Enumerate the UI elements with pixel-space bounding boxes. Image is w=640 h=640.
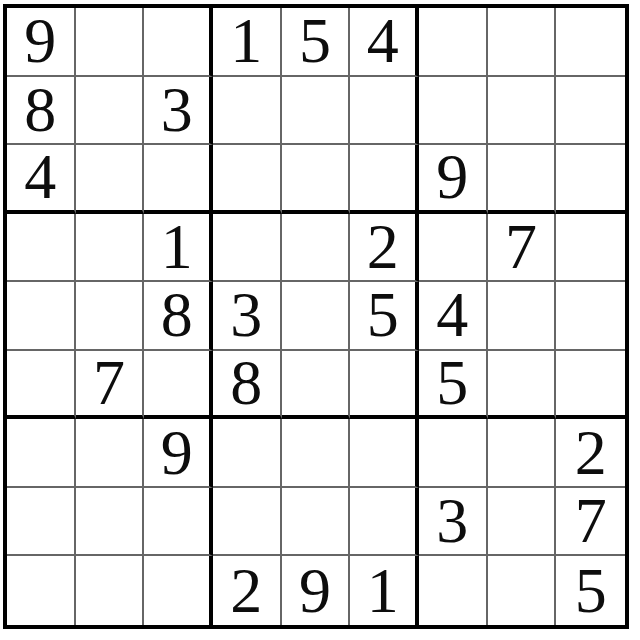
cell-r6c7[interactable]: 5 [419,351,488,420]
cell-r4c7[interactable] [419,214,488,283]
cell-r3c4[interactable] [213,145,282,214]
cell-r2c2[interactable] [76,77,145,146]
cell-r7c5[interactable] [282,419,351,488]
cell-r7c6[interactable] [350,419,419,488]
cell-r4c6[interactable]: 2 [350,214,419,283]
cell-r8c5[interactable] [282,488,351,557]
cell-r6c9[interactable] [556,351,625,420]
cell-r6c2[interactable]: 7 [76,351,145,420]
cell-r6c3[interactable] [144,351,213,420]
cell-r5c4[interactable]: 3 [213,282,282,351]
cell-r3c3[interactable] [144,145,213,214]
cell-r7c1[interactable] [7,419,76,488]
cell-r5c8[interactable] [488,282,557,351]
cell-r4c5[interactable] [282,214,351,283]
cell-r6c4[interactable]: 8 [213,351,282,420]
cell-r9c9[interactable]: 5 [556,556,625,625]
cell-r8c9[interactable]: 7 [556,488,625,557]
cell-r1c2[interactable] [76,8,145,77]
cell-r8c3[interactable] [144,488,213,557]
sudoku-page: 91548349127835478592372915 [0,0,640,640]
cell-r2c9[interactable] [556,77,625,146]
cell-r8c6[interactable] [350,488,419,557]
cell-r4c8[interactable]: 7 [488,214,557,283]
cell-r2c3[interactable]: 3 [144,77,213,146]
cell-r1c8[interactable] [488,8,557,77]
cell-r9c8[interactable] [488,556,557,625]
cell-r8c7[interactable]: 3 [419,488,488,557]
cell-r5c1[interactable] [7,282,76,351]
cell-r1c4[interactable]: 1 [213,8,282,77]
cell-r2c8[interactable] [488,77,557,146]
cell-r1c6[interactable]: 4 [350,8,419,77]
cell-r7c9[interactable]: 2 [556,419,625,488]
cell-r9c5[interactable]: 9 [282,556,351,625]
cell-r5c6[interactable]: 5 [350,282,419,351]
cell-r1c3[interactable] [144,8,213,77]
cell-r9c6[interactable]: 1 [350,556,419,625]
cell-r7c7[interactable] [419,419,488,488]
cell-r3c9[interactable] [556,145,625,214]
sudoku-grid: 91548349127835478592372915 [7,8,625,625]
cell-r4c1[interactable] [7,214,76,283]
cell-r9c1[interactable] [7,556,76,625]
cell-r4c3[interactable]: 1 [144,214,213,283]
cell-r9c7[interactable] [419,556,488,625]
cell-r1c9[interactable] [556,8,625,77]
cell-r5c9[interactable] [556,282,625,351]
cell-r8c4[interactable] [213,488,282,557]
cell-r3c2[interactable] [76,145,145,214]
cell-r7c4[interactable] [213,419,282,488]
cell-r9c3[interactable] [144,556,213,625]
cell-r7c2[interactable] [76,419,145,488]
cell-r5c3[interactable]: 8 [144,282,213,351]
cell-r3c6[interactable] [350,145,419,214]
cell-r4c2[interactable] [76,214,145,283]
cell-r2c5[interactable] [282,77,351,146]
cell-r5c2[interactable] [76,282,145,351]
sudoku-board: 91548349127835478592372915 [3,4,629,629]
cell-r5c7[interactable]: 4 [419,282,488,351]
cell-r9c2[interactable] [76,556,145,625]
cell-r2c4[interactable] [213,77,282,146]
cell-r1c7[interactable] [419,8,488,77]
cell-r6c1[interactable] [7,351,76,420]
cell-r7c3[interactable]: 9 [144,419,213,488]
cell-r3c7[interactable]: 9 [419,145,488,214]
cell-r6c8[interactable] [488,351,557,420]
cell-r6c6[interactable] [350,351,419,420]
cell-r8c1[interactable] [7,488,76,557]
cell-r5c5[interactable] [282,282,351,351]
cell-r2c7[interactable] [419,77,488,146]
cell-r2c1[interactable]: 8 [7,77,76,146]
cell-r4c9[interactable] [556,214,625,283]
cell-r7c8[interactable] [488,419,557,488]
cell-r1c5[interactable]: 5 [282,8,351,77]
cell-r8c8[interactable] [488,488,557,557]
cell-r3c5[interactable] [282,145,351,214]
cell-r4c4[interactable] [213,214,282,283]
cell-r6c5[interactable] [282,351,351,420]
cell-r8c2[interactable] [76,488,145,557]
cell-r3c8[interactable] [488,145,557,214]
cell-r1c1[interactable]: 9 [7,8,76,77]
cell-r9c4[interactable]: 2 [213,556,282,625]
cell-r3c1[interactable]: 4 [7,145,76,214]
cell-r2c6[interactable] [350,77,419,146]
